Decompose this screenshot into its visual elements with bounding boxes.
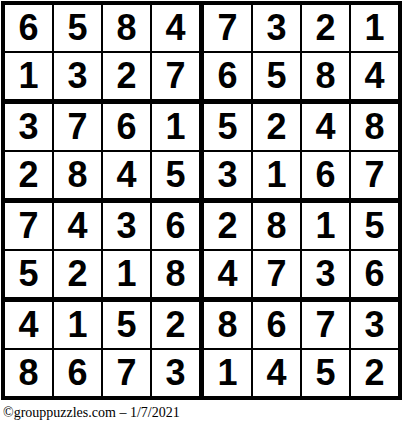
cell-r4c1: 2	[5, 152, 54, 203]
cell-r2c5: 6	[204, 53, 253, 104]
cell-r1c6: 3	[253, 5, 302, 53]
cell-r5c5: 2	[204, 203, 253, 251]
cell-r6c7: 3	[302, 251, 351, 302]
cell-r8c2: 6	[54, 350, 103, 396]
cell-r3c8: 8	[351, 104, 398, 152]
puzzle-page: 6584732113276584376152482845316774362815…	[0, 0, 402, 424]
cell-r7c4: 2	[152, 302, 204, 350]
cell-r7c2: 1	[54, 302, 103, 350]
cell-r7c3: 5	[103, 302, 152, 350]
cell-r8c1: 8	[5, 350, 54, 396]
cell-r5c3: 3	[103, 203, 152, 251]
cell-r6c3: 1	[103, 251, 152, 302]
cell-r4c4: 5	[152, 152, 204, 203]
sudoku-board: 6584732113276584376152482845316774362815…	[1, 1, 402, 400]
cell-r4c6: 1	[253, 152, 302, 203]
cell-r2c4: 7	[152, 53, 204, 104]
cell-r8c5: 1	[204, 350, 253, 396]
cell-r2c3: 2	[103, 53, 152, 104]
cell-r1c8: 1	[351, 5, 398, 53]
cell-r6c4: 8	[152, 251, 204, 302]
cell-r3c6: 2	[253, 104, 302, 152]
cell-r3c2: 7	[54, 104, 103, 152]
cell-r4c7: 6	[302, 152, 351, 203]
cell-r6c8: 6	[351, 251, 398, 302]
cell-r5c2: 4	[54, 203, 103, 251]
cell-r5c7: 1	[302, 203, 351, 251]
cell-r1c1: 6	[5, 5, 54, 53]
cell-r6c2: 2	[54, 251, 103, 302]
cell-r5c4: 6	[152, 203, 204, 251]
cell-r2c8: 4	[351, 53, 398, 104]
cell-r1c7: 2	[302, 5, 351, 53]
cell-r6c1: 5	[5, 251, 54, 302]
cell-r8c7: 5	[302, 350, 351, 396]
cell-r1c5: 7	[204, 5, 253, 53]
cell-r7c7: 7	[302, 302, 351, 350]
cell-r1c4: 4	[152, 5, 204, 53]
cell-r2c2: 3	[54, 53, 103, 104]
cell-r8c4: 3	[152, 350, 204, 396]
cell-r4c2: 8	[54, 152, 103, 203]
cell-r3c3: 6	[103, 104, 152, 152]
cell-r7c1: 4	[5, 302, 54, 350]
cell-r2c6: 5	[253, 53, 302, 104]
cell-r8c8: 2	[351, 350, 398, 396]
cell-r6c6: 7	[253, 251, 302, 302]
cell-r7c8: 3	[351, 302, 398, 350]
cell-r8c3: 7	[103, 350, 152, 396]
cell-r7c5: 8	[204, 302, 253, 350]
cell-r4c3: 4	[103, 152, 152, 203]
copyright-text: ©grouppuzzles.com – 1/7/2021	[0, 400, 402, 421]
cell-r3c5: 5	[204, 104, 253, 152]
cell-r2c7: 8	[302, 53, 351, 104]
cell-r6c5: 4	[204, 251, 253, 302]
cell-r5c6: 8	[253, 203, 302, 251]
cell-r5c1: 7	[5, 203, 54, 251]
cell-r3c7: 4	[302, 104, 351, 152]
cell-r2c1: 1	[5, 53, 54, 104]
cell-r3c1: 3	[5, 104, 54, 152]
cell-r1c2: 5	[54, 5, 103, 53]
cell-r1c3: 8	[103, 5, 152, 53]
cell-r7c6: 6	[253, 302, 302, 350]
cell-r3c4: 1	[152, 104, 204, 152]
cell-r5c8: 5	[351, 203, 398, 251]
cell-r8c6: 4	[253, 350, 302, 396]
cell-r4c5: 3	[204, 152, 253, 203]
cell-r4c8: 7	[351, 152, 398, 203]
